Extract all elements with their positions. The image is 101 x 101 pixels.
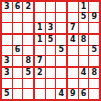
cell-r1c3[interactable]: 2 [23, 2, 33, 12]
cell-r3c2[interactable] [13, 23, 23, 33]
sudoku-board: 3621315976381557485355244896 [0, 0, 101, 101]
cell-r2c8[interactable]: 5 [79, 13, 89, 23]
cell-r7c6[interactable] [56, 68, 66, 78]
sudoku-box-1-1: 1557 [35, 35, 66, 66]
cell-r6c9[interactable] [89, 56, 99, 66]
cell-r1c5[interactable] [46, 2, 56, 12]
cell-r7c4[interactable]: 2 [35, 68, 45, 78]
sudoku-box-2-2: 4896 [68, 68, 99, 99]
cell-r1c7[interactable] [68, 2, 78, 12]
cell-r6c4[interactable]: 7 [35, 56, 45, 66]
cell-r7c5[interactable] [46, 68, 56, 78]
cell-r5c4[interactable] [35, 46, 45, 56]
cell-r7c7[interactable] [68, 68, 78, 78]
cell-r1c8[interactable]: 1 [79, 2, 89, 12]
cell-r7c3[interactable]: 5 [23, 68, 33, 78]
cell-r7c2[interactable] [13, 68, 23, 78]
sudoku-box-1-0: 638 [2, 35, 33, 66]
cell-r2c7[interactable] [68, 13, 78, 23]
cell-r6c7[interactable] [68, 56, 78, 66]
cell-r9c9[interactable] [89, 89, 99, 99]
cell-r8c5[interactable] [46, 79, 56, 89]
cell-r5c1[interactable] [2, 46, 12, 56]
cell-r8c8[interactable] [79, 79, 89, 89]
cell-r1c1[interactable]: 3 [2, 2, 12, 12]
cell-r1c6[interactable] [56, 2, 66, 12]
cell-r8c7[interactable] [68, 79, 78, 89]
cell-r5c2[interactable]: 6 [13, 46, 23, 56]
cell-r9c1[interactable]: 5 [2, 89, 12, 99]
cell-r7c9[interactable]: 8 [89, 68, 99, 78]
cell-r1c2[interactable]: 6 [13, 2, 23, 12]
cell-r5c3[interactable] [23, 46, 33, 56]
cell-r5c6[interactable]: 5 [56, 46, 66, 56]
cell-r9c8[interactable]: 6 [79, 89, 89, 99]
cell-r4c4[interactable]: 1 [35, 35, 45, 45]
cell-r3c9[interactable] [89, 23, 99, 33]
cell-r2c6[interactable] [56, 13, 66, 23]
cell-r6c6[interactable] [56, 56, 66, 66]
cell-r8c2[interactable] [13, 79, 23, 89]
cell-r4c1[interactable] [2, 35, 12, 45]
cell-r4c2[interactable] [13, 35, 23, 45]
cell-r6c2[interactable] [13, 56, 23, 66]
cell-r2c1[interactable] [2, 13, 12, 23]
cell-r6c3[interactable]: 8 [23, 56, 33, 66]
cell-r6c1[interactable]: 3 [2, 56, 12, 66]
cell-r8c9[interactable] [89, 79, 99, 89]
cell-r5c8[interactable] [79, 46, 89, 56]
cell-r3c6[interactable] [56, 23, 66, 33]
cell-r9c6[interactable]: 4 [56, 89, 66, 99]
cell-r4c8[interactable]: 8 [79, 35, 89, 45]
cell-r3c8[interactable] [79, 23, 89, 33]
cell-r7c8[interactable]: 4 [79, 68, 89, 78]
cell-r8c1[interactable] [2, 79, 12, 89]
sudoku-box-0-0: 362 [2, 2, 33, 33]
cell-r3c3[interactable] [23, 23, 33, 33]
cell-r5c5[interactable] [46, 46, 56, 56]
cell-r6c8[interactable] [79, 56, 89, 66]
cell-r3c5[interactable]: 3 [46, 23, 56, 33]
cell-r6c5[interactable] [46, 56, 56, 66]
cell-r3c4[interactable]: 1 [35, 23, 45, 33]
cell-r2c5[interactable] [46, 13, 56, 23]
cell-r9c3[interactable] [23, 89, 33, 99]
cell-r2c3[interactable] [23, 13, 33, 23]
cell-r8c3[interactable] [23, 79, 33, 89]
cell-r9c5[interactable] [46, 89, 56, 99]
cell-r8c4[interactable] [35, 79, 45, 89]
sudoku-box-0-2: 1597 [68, 2, 99, 33]
cell-r4c3[interactable] [23, 35, 33, 45]
cell-r4c5[interactable]: 5 [46, 35, 56, 45]
cell-r1c4[interactable] [35, 2, 45, 12]
cell-r5c9[interactable]: 5 [89, 46, 99, 56]
cell-r1c9[interactable] [89, 2, 99, 12]
cell-r3c1[interactable] [2, 23, 12, 33]
sudoku-box-0-1: 13 [35, 2, 66, 33]
sudoku-box-2-1: 24 [35, 68, 66, 99]
cell-r7c1[interactable]: 3 [2, 68, 12, 78]
cell-r3c7[interactable]: 7 [68, 23, 78, 33]
cell-r2c9[interactable]: 9 [89, 13, 99, 23]
cell-r9c2[interactable] [13, 89, 23, 99]
cell-r2c4[interactable] [35, 13, 45, 23]
cell-r4c6[interactable] [56, 35, 66, 45]
cell-r9c4[interactable] [35, 89, 45, 99]
sudoku-box-1-2: 485 [68, 35, 99, 66]
cell-r2c2[interactable] [13, 13, 23, 23]
sudoku-box-2-0: 355 [2, 68, 33, 99]
cell-r8c6[interactable] [56, 79, 66, 89]
cell-r4c9[interactable] [89, 35, 99, 45]
cell-r9c7[interactable]: 9 [68, 89, 78, 99]
cell-r4c7[interactable]: 4 [68, 35, 78, 45]
cell-r5c7[interactable] [68, 46, 78, 56]
